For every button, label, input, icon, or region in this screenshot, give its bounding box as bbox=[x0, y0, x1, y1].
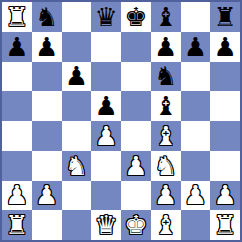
square-e5[interactable] bbox=[121, 91, 151, 121]
piece-black-pawn: ♟ bbox=[184, 34, 207, 60]
square-h6[interactable] bbox=[210, 62, 240, 92]
square-f8[interactable]: ♝ bbox=[151, 2, 181, 32]
square-d4[interactable]: ♟ bbox=[91, 121, 121, 151]
square-b3[interactable] bbox=[32, 151, 62, 181]
square-c1[interactable] bbox=[62, 210, 92, 240]
square-g4[interactable] bbox=[181, 121, 211, 151]
piece-white-bishop: ♝ bbox=[154, 123, 177, 149]
square-b4[interactable] bbox=[32, 121, 62, 151]
square-b5[interactable] bbox=[32, 91, 62, 121]
piece-white-pawn: ♟ bbox=[5, 182, 28, 208]
square-h7[interactable]: ♟ bbox=[210, 32, 240, 62]
chess-board-container: ♜♞♛♚♝♜♟♟♟♟♟♟♞♟♝♟♝♞♟♞♟♟♟♟♟♜♛♚♝♜ bbox=[0, 0, 242, 242]
square-g3[interactable] bbox=[181, 151, 211, 181]
square-f1[interactable]: ♝ bbox=[151, 210, 181, 240]
square-h5[interactable] bbox=[210, 91, 240, 121]
piece-white-bishop: ♝ bbox=[154, 212, 177, 238]
square-c6[interactable]: ♟ bbox=[62, 62, 92, 92]
piece-white-queen: ♛ bbox=[94, 212, 117, 238]
piece-white-king: ♚ bbox=[124, 212, 147, 238]
square-e6[interactable] bbox=[121, 62, 151, 92]
square-a8[interactable]: ♜ bbox=[2, 2, 32, 32]
square-f3[interactable]: ♞ bbox=[151, 151, 181, 181]
square-c8[interactable] bbox=[62, 2, 92, 32]
square-h2[interactable]: ♟ bbox=[210, 181, 240, 211]
square-f5[interactable]: ♝ bbox=[151, 91, 181, 121]
square-d7[interactable] bbox=[91, 32, 121, 62]
piece-black-queen: ♛ bbox=[94, 4, 117, 30]
square-e2[interactable] bbox=[121, 181, 151, 211]
square-h3[interactable] bbox=[210, 151, 240, 181]
square-a2[interactable]: ♟ bbox=[2, 181, 32, 211]
piece-black-pawn: ♟ bbox=[65, 63, 88, 89]
square-c7[interactable] bbox=[62, 32, 92, 62]
square-g7[interactable]: ♟ bbox=[181, 32, 211, 62]
square-d5[interactable]: ♟ bbox=[91, 91, 121, 121]
piece-white-pawn: ♟ bbox=[184, 182, 207, 208]
piece-black-rook: ♜ bbox=[213, 4, 236, 30]
piece-white-rook: ♜ bbox=[5, 212, 28, 238]
piece-white-pawn: ♟ bbox=[124, 153, 147, 179]
piece-white-pawn: ♟ bbox=[213, 182, 236, 208]
square-b6[interactable] bbox=[32, 62, 62, 92]
square-e8[interactable]: ♚ bbox=[121, 2, 151, 32]
square-f7[interactable]: ♟ bbox=[151, 32, 181, 62]
square-d1[interactable]: ♛ bbox=[91, 210, 121, 240]
piece-black-king: ♚ bbox=[124, 4, 147, 30]
piece-black-knight: ♞ bbox=[35, 4, 58, 30]
piece-black-pawn: ♟ bbox=[94, 93, 117, 119]
square-h4[interactable] bbox=[210, 121, 240, 151]
square-e3[interactable]: ♟ bbox=[121, 151, 151, 181]
square-g1[interactable] bbox=[181, 210, 211, 240]
square-a6[interactable] bbox=[2, 62, 32, 92]
piece-white-pawn: ♟ bbox=[94, 123, 117, 149]
piece-white-rook: ♜ bbox=[5, 4, 28, 30]
square-f4[interactable]: ♝ bbox=[151, 121, 181, 151]
square-g2[interactable]: ♟ bbox=[181, 181, 211, 211]
piece-white-rook: ♜ bbox=[213, 212, 236, 238]
piece-white-pawn: ♟ bbox=[154, 182, 177, 208]
square-e4[interactable] bbox=[121, 121, 151, 151]
piece-white-knight: ♞ bbox=[65, 153, 88, 179]
piece-white-pawn: ♟ bbox=[35, 182, 58, 208]
piece-black-pawn: ♟ bbox=[5, 34, 28, 60]
piece-black-bishop: ♝ bbox=[154, 4, 177, 30]
square-d6[interactable] bbox=[91, 62, 121, 92]
square-c4[interactable] bbox=[62, 121, 92, 151]
square-e1[interactable]: ♚ bbox=[121, 210, 151, 240]
square-a1[interactable]: ♜ bbox=[2, 210, 32, 240]
square-c5[interactable] bbox=[62, 91, 92, 121]
square-h1[interactable]: ♜ bbox=[210, 210, 240, 240]
square-c3[interactable]: ♞ bbox=[62, 151, 92, 181]
piece-black-pawn: ♟ bbox=[35, 34, 58, 60]
square-b1[interactable] bbox=[32, 210, 62, 240]
piece-black-pawn: ♟ bbox=[154, 34, 177, 60]
square-a4[interactable] bbox=[2, 121, 32, 151]
square-e7[interactable] bbox=[121, 32, 151, 62]
square-f2[interactable]: ♟ bbox=[151, 181, 181, 211]
square-g8[interactable] bbox=[181, 2, 211, 32]
piece-black-bishop: ♝ bbox=[154, 93, 177, 119]
square-a5[interactable] bbox=[2, 91, 32, 121]
square-h8[interactable]: ♜ bbox=[210, 2, 240, 32]
square-c2[interactable] bbox=[62, 181, 92, 211]
square-b2[interactable]: ♟ bbox=[32, 181, 62, 211]
square-d8[interactable]: ♛ bbox=[91, 2, 121, 32]
square-a3[interactable] bbox=[2, 151, 32, 181]
square-b7[interactable]: ♟ bbox=[32, 32, 62, 62]
square-d3[interactable] bbox=[91, 151, 121, 181]
piece-white-knight: ♞ bbox=[154, 153, 177, 179]
piece-black-pawn: ♟ bbox=[213, 34, 236, 60]
square-g6[interactable] bbox=[181, 62, 211, 92]
square-a7[interactable]: ♟ bbox=[2, 32, 32, 62]
chess-board: ♜♞♛♚♝♜♟♟♟♟♟♟♞♟♝♟♝♞♟♞♟♟♟♟♟♜♛♚♝♜ bbox=[0, 0, 242, 242]
piece-black-knight: ♞ bbox=[154, 63, 177, 89]
square-d2[interactable] bbox=[91, 181, 121, 211]
square-b8[interactable]: ♞ bbox=[32, 2, 62, 32]
square-f6[interactable]: ♞ bbox=[151, 62, 181, 92]
square-g5[interactable] bbox=[181, 91, 211, 121]
